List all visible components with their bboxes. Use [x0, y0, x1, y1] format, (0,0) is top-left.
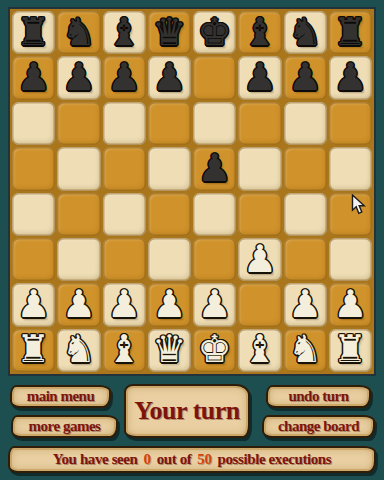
square-b4[interactable] [57, 193, 100, 236]
white-knight-icon[interactable]: ♞ [62, 330, 96, 368]
square-f4[interactable] [238, 193, 281, 236]
executions-seen-count: 0 [144, 451, 151, 468]
status-middle-text: out of [157, 451, 192, 468]
executions-status-bar: You have seen 0 out of 50 possible execu… [8, 446, 376, 473]
square-d4[interactable] [148, 193, 191, 236]
white-pawn-icon[interactable]: ♟ [198, 285, 232, 323]
status-prefix-text: You have seen [53, 451, 138, 468]
square-c3[interactable] [103, 238, 146, 281]
square-h1[interactable]: ♜ [329, 329, 372, 372]
undo-turn-button[interactable]: undo turn [266, 385, 371, 408]
square-e1[interactable]: ♚ [193, 329, 236, 372]
black-pawn-icon[interactable]: ♟ [288, 58, 322, 96]
square-c6[interactable] [103, 102, 146, 145]
main-menu-button[interactable]: main menu [10, 385, 111, 408]
white-rook-icon[interactable]: ♜ [333, 330, 367, 368]
square-g6[interactable] [284, 102, 327, 145]
square-g7[interactable]: ♟ [284, 56, 327, 99]
white-pawn-icon[interactable]: ♟ [107, 285, 141, 323]
square-g1[interactable]: ♞ [284, 329, 327, 372]
square-f1[interactable]: ♝ [238, 329, 281, 372]
black-pawn-icon[interactable]: ♟ [62, 58, 96, 96]
white-pawn-icon[interactable]: ♟ [243, 240, 277, 278]
white-knight-icon[interactable]: ♞ [288, 330, 322, 368]
white-pawn-icon[interactable]: ♟ [288, 285, 322, 323]
square-a1[interactable]: ♜ [12, 329, 55, 372]
black-knight-icon[interactable]: ♞ [288, 13, 322, 51]
square-a7[interactable]: ♟ [12, 56, 55, 99]
square-e8[interactable]: ♚ [193, 11, 236, 54]
more-games-button[interactable]: more games [11, 415, 118, 438]
game-window: ♜♞♝♛♚♝♞♜♟♟♟♟♟♟♟♟♟♟♟♟♟♟♟♟♜♞♝♛♚♝♞♜ main me… [0, 0, 384, 480]
square-f5[interactable] [238, 147, 281, 190]
square-g4[interactable] [284, 193, 327, 236]
square-f2[interactable] [238, 283, 281, 326]
white-pawn-icon[interactable]: ♟ [152, 285, 186, 323]
black-pawn-icon[interactable]: ♟ [107, 58, 141, 96]
square-h7[interactable]: ♟ [329, 56, 372, 99]
white-bishop-icon[interactable]: ♝ [107, 330, 141, 368]
white-bishop-icon[interactable]: ♝ [243, 330, 277, 368]
square-b5[interactable] [57, 147, 100, 190]
square-a2[interactable]: ♟ [12, 283, 55, 326]
square-b3[interactable] [57, 238, 100, 281]
square-a8[interactable]: ♜ [12, 11, 55, 54]
square-e4[interactable] [193, 193, 236, 236]
square-e3[interactable] [193, 238, 236, 281]
white-rook-icon[interactable]: ♜ [17, 330, 51, 368]
square-e7[interactable] [193, 56, 236, 99]
executions-total-count: 50 [197, 451, 211, 468]
square-d1[interactable]: ♛ [148, 329, 191, 372]
square-d8[interactable]: ♛ [148, 11, 191, 54]
black-bishop-icon[interactable]: ♝ [243, 13, 277, 51]
square-c8[interactable]: ♝ [103, 11, 146, 54]
square-e5[interactable]: ♟ [193, 147, 236, 190]
square-d5[interactable] [148, 147, 191, 190]
chess-board[interactable]: ♜♞♝♛♚♝♞♜♟♟♟♟♟♟♟♟♟♟♟♟♟♟♟♟♜♞♝♛♚♝♞♜ [8, 7, 376, 376]
black-knight-icon[interactable]: ♞ [62, 13, 96, 51]
square-f7[interactable]: ♟ [238, 56, 281, 99]
square-e2[interactable]: ♟ [193, 283, 236, 326]
square-g8[interactable]: ♞ [284, 11, 327, 54]
black-bishop-icon[interactable]: ♝ [107, 13, 141, 51]
status-suffix-text: possible executions [218, 451, 332, 468]
black-pawn-icon[interactable]: ♟ [198, 149, 232, 187]
square-a5[interactable] [12, 147, 55, 190]
square-a3[interactable] [12, 238, 55, 281]
square-f3[interactable]: ♟ [238, 238, 281, 281]
square-g2[interactable]: ♟ [284, 283, 327, 326]
black-rook-icon[interactable]: ♜ [17, 13, 51, 51]
square-d2[interactable]: ♟ [148, 283, 191, 326]
black-pawn-icon[interactable]: ♟ [152, 58, 186, 96]
square-b6[interactable] [57, 102, 100, 145]
square-a4[interactable] [12, 193, 55, 236]
square-c5[interactable] [103, 147, 146, 190]
square-f6[interactable] [238, 102, 281, 145]
black-queen-icon[interactable]: ♛ [152, 13, 186, 51]
square-c4[interactable] [103, 193, 146, 236]
square-b8[interactable]: ♞ [57, 11, 100, 54]
square-h2[interactable]: ♟ [329, 283, 372, 326]
square-h6[interactable] [329, 102, 372, 145]
square-c1[interactable]: ♝ [103, 329, 146, 372]
square-b1[interactable]: ♞ [57, 329, 100, 372]
black-king-icon[interactable]: ♚ [198, 13, 232, 51]
black-pawn-icon[interactable]: ♟ [333, 58, 367, 96]
black-pawn-icon[interactable]: ♟ [17, 58, 51, 96]
change-board-button[interactable]: change board [262, 415, 375, 438]
black-pawn-icon[interactable]: ♟ [243, 58, 277, 96]
square-g3[interactable] [284, 238, 327, 281]
white-king-icon[interactable]: ♚ [198, 330, 232, 368]
square-d7[interactable]: ♟ [148, 56, 191, 99]
square-b2[interactable]: ♟ [57, 283, 100, 326]
square-d6[interactable] [148, 102, 191, 145]
turn-indicator-banner: Your turn [124, 384, 250, 438]
square-c2[interactable]: ♟ [103, 283, 146, 326]
square-f8[interactable]: ♝ [238, 11, 281, 54]
square-b7[interactable]: ♟ [57, 56, 100, 99]
square-h5[interactable] [329, 147, 372, 190]
square-h8[interactable]: ♜ [329, 11, 372, 54]
square-g5[interactable] [284, 147, 327, 190]
square-c7[interactable]: ♟ [103, 56, 146, 99]
square-a6[interactable] [12, 102, 55, 145]
square-h3[interactable] [329, 238, 372, 281]
square-d3[interactable] [148, 238, 191, 281]
black-rook-icon[interactable]: ♜ [333, 13, 367, 51]
white-pawn-icon[interactable]: ♟ [333, 285, 367, 323]
white-pawn-icon[interactable]: ♟ [17, 285, 51, 323]
square-e6[interactable] [193, 102, 236, 145]
white-queen-icon[interactable]: ♛ [152, 330, 186, 368]
mouse-cursor-icon [351, 194, 366, 215]
white-pawn-icon[interactable]: ♟ [62, 285, 96, 323]
